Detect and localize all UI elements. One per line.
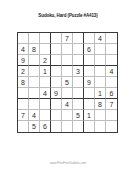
cell-r1c2 — [29, 33, 40, 44]
cell-r6c1 — [18, 88, 29, 99]
cell-r9c9 — [106, 121, 117, 132]
cell-r4c1: 2 — [18, 66, 29, 77]
cell-r3c4 — [51, 55, 62, 66]
cell-r3c1: 9 — [18, 55, 29, 66]
cell-r9c7 — [84, 121, 95, 132]
cell-r7c8: 8 — [95, 99, 106, 110]
cell-r3c3: 2 — [40, 55, 51, 66]
cell-r9c8 — [95, 121, 106, 132]
cell-r2c9 — [106, 44, 117, 55]
cell-r9c2: 5 — [29, 121, 40, 132]
cell-r7c5: 4 — [62, 99, 73, 110]
cell-r3c9 — [106, 55, 117, 66]
cell-r5c9 — [106, 77, 117, 88]
cell-r8c7: 1 — [84, 110, 95, 121]
cell-r2c8 — [95, 44, 106, 55]
cell-r8c1: 7 — [18, 110, 29, 121]
cell-r6c2 — [29, 88, 40, 99]
cell-r4c9: 4 — [106, 66, 117, 77]
cell-r8c8 — [95, 110, 106, 121]
cell-r8c2: 4 — [29, 110, 40, 121]
cell-r9c6 — [73, 121, 84, 132]
cell-r7c3 — [40, 99, 51, 110]
cell-r1c1 — [18, 33, 29, 44]
cell-r3c8 — [95, 55, 106, 66]
cell-r2c3 — [40, 44, 51, 55]
cell-r4c7 — [84, 66, 95, 77]
cell-r6c5 — [62, 88, 73, 99]
cell-r5c1: 8 — [18, 77, 29, 88]
printable-sudoku-page: Sudoku, Hard (Puzzle #A413) 744869221348… — [0, 0, 136, 176]
cell-r6c8: 1 — [95, 88, 106, 99]
cell-r3c2 — [29, 55, 40, 66]
cell-r6c3: 4 — [40, 88, 51, 99]
cell-r6c9: 6 — [106, 88, 117, 99]
cell-r7c4 — [51, 99, 62, 110]
cell-r6c4: 9 — [51, 88, 62, 99]
cell-r1c9 — [106, 33, 117, 44]
cell-r2c7: 6 — [84, 44, 95, 55]
cell-r3c5 — [62, 55, 73, 66]
cell-r1c7 — [84, 33, 95, 44]
cell-r4c3: 1 — [40, 66, 51, 77]
footer-url: www.PrintFreeSudoku.com — [0, 161, 136, 165]
cell-r2c6 — [73, 44, 84, 55]
cell-r5c5: 5 — [62, 77, 73, 88]
cell-r4c8 — [95, 66, 106, 77]
cell-r7c7 — [84, 99, 95, 110]
cell-r8c5 — [62, 110, 73, 121]
cell-r8c9 — [106, 110, 117, 121]
cell-r7c1 — [18, 99, 29, 110]
cell-r5c7: 9 — [84, 77, 95, 88]
cell-r8c4 — [51, 110, 62, 121]
cell-r3c6 — [73, 55, 84, 66]
cell-r5c4 — [51, 77, 62, 88]
cell-r4c6: 3 — [73, 66, 84, 77]
cell-r4c2 — [29, 66, 40, 77]
cell-r3c7 — [84, 55, 95, 66]
cell-r6c7 — [84, 88, 95, 99]
cell-r1c6 — [73, 33, 84, 44]
cell-r9c4 — [51, 121, 62, 132]
cell-r5c8 — [95, 77, 106, 88]
sudoku-board: 744869221348594916487745156 — [17, 32, 118, 133]
cell-r6c6 — [73, 88, 84, 99]
cell-r7c6 — [73, 99, 84, 110]
page-title: Sudoku, Hard (Puzzle #A413) — [0, 13, 136, 18]
cell-r9c5 — [62, 121, 73, 132]
cell-r9c1 — [18, 121, 29, 132]
cell-r1c5: 7 — [62, 33, 73, 44]
cell-r1c3 — [40, 33, 51, 44]
cell-r2c5 — [62, 44, 73, 55]
cell-r1c8: 4 — [95, 33, 106, 44]
cell-r2c1: 4 — [18, 44, 29, 55]
cell-r7c9: 7 — [106, 99, 117, 110]
cell-r5c3 — [40, 77, 51, 88]
cell-r2c2: 8 — [29, 44, 40, 55]
cell-r8c3 — [40, 110, 51, 121]
cell-r4c4 — [51, 66, 62, 77]
cell-r9c3: 6 — [40, 121, 51, 132]
cell-r1c4 — [51, 33, 62, 44]
cell-r8c6: 5 — [73, 110, 84, 121]
cell-r5c2 — [29, 77, 40, 88]
cell-r5c6 — [73, 77, 84, 88]
cell-r2c4 — [51, 44, 62, 55]
cell-r4c5 — [62, 66, 73, 77]
cell-r7c2 — [29, 99, 40, 110]
